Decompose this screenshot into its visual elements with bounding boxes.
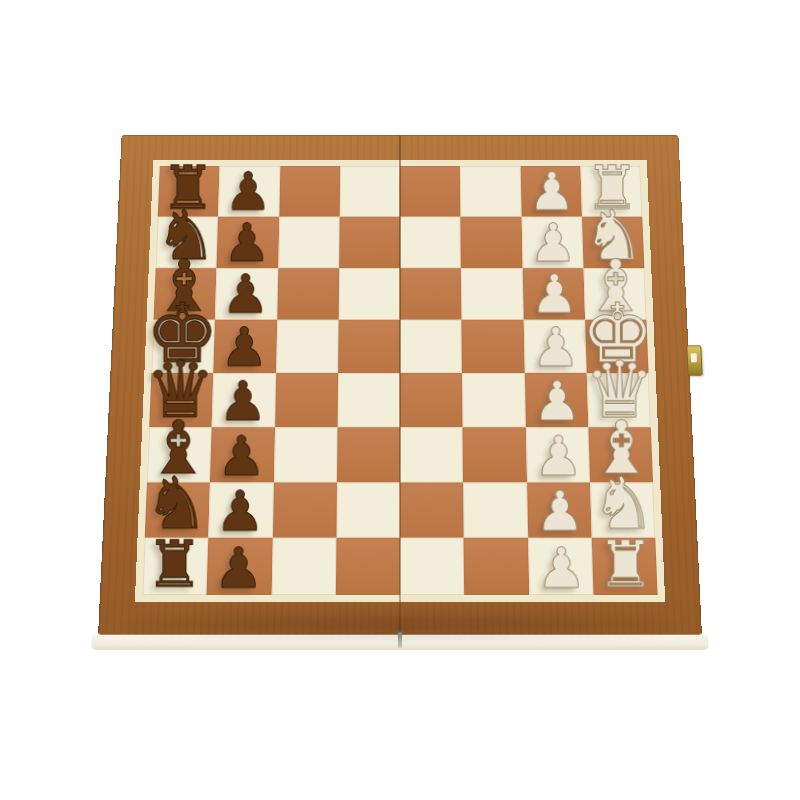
light-pawn-piece[interactable]: ♟ (535, 484, 585, 539)
square[interactable] (464, 538, 529, 595)
square[interactable] (463, 482, 527, 538)
square[interactable]: ♜ (591, 538, 657, 595)
square[interactable] (400, 373, 463, 427)
square[interactable] (460, 166, 521, 216)
square[interactable]: ♟ (525, 427, 589, 482)
square[interactable]: ♟ (524, 373, 588, 427)
dark-pawn-piece[interactable]: ♟ (220, 321, 268, 375)
dark-pawn-piece[interactable]: ♟ (216, 484, 266, 539)
dark-pawn-piece[interactable]: ♟ (225, 166, 272, 218)
square[interactable]: ♟ (212, 373, 276, 427)
square[interactable] (400, 482, 464, 538)
square[interactable] (279, 166, 340, 216)
square[interactable] (276, 320, 339, 373)
dark-pawn-piece[interactable]: ♟ (219, 374, 268, 428)
square[interactable]: ♟ (210, 427, 274, 482)
dark-pawn-piece[interactable]: ♟ (222, 268, 270, 321)
light-pawn-piece[interactable]: ♟ (531, 321, 579, 375)
square[interactable] (337, 427, 400, 482)
square[interactable] (273, 427, 337, 482)
dark-pawn-piece[interactable]: ♟ (217, 429, 266, 484)
clasp-glint (691, 353, 697, 362)
square[interactable]: ♟ (209, 482, 274, 538)
light-rook-piece[interactable]: ♜ (597, 533, 655, 597)
square[interactable] (271, 538, 336, 595)
square[interactable] (338, 268, 400, 320)
square[interactable] (462, 373, 525, 427)
board-tilt-wrapper: ♜♟♟♜♞♟♟♞♝♟♟♝♚♟♟♚♛♟♟♛♝♟♟♝♞♟♟♞♜♟♟♜ (97, 135, 702, 650)
light-pawn-piece[interactable]: ♟ (536, 541, 586, 597)
square[interactable] (277, 268, 339, 320)
square[interactable]: ♟ (528, 538, 594, 595)
square[interactable] (336, 482, 400, 538)
light-pawn-piece[interactable]: ♟ (529, 217, 577, 270)
square[interactable]: ♟ (214, 320, 277, 373)
square[interactable] (336, 538, 400, 595)
square[interactable] (338, 320, 400, 373)
square[interactable]: ♜ (142, 538, 208, 595)
square[interactable] (461, 216, 523, 267)
square[interactable]: ♟ (523, 320, 586, 373)
light-pawn-piece[interactable]: ♟ (534, 429, 583, 484)
square[interactable] (272, 482, 336, 538)
square[interactable] (337, 373, 400, 427)
square[interactable] (463, 427, 527, 482)
square[interactable] (339, 216, 400, 267)
square[interactable] (278, 216, 340, 267)
square[interactable]: ♟ (207, 538, 273, 595)
dark-rook-piece[interactable]: ♜ (146, 533, 204, 597)
square[interactable]: ♟ (521, 216, 583, 267)
dark-pawn-piece[interactable]: ♟ (223, 217, 271, 270)
square[interactable]: ♟ (215, 268, 278, 320)
board-shadow (128, 612, 676, 638)
light-pawn-piece[interactable]: ♟ (528, 166, 575, 218)
square[interactable] (400, 166, 461, 216)
square[interactable] (462, 320, 525, 373)
square[interactable] (461, 268, 523, 320)
square[interactable]: ♟ (522, 268, 585, 320)
product-photo-stage: ♜♟♟♜♞♟♟♞♝♟♟♝♚♟♟♚♛♟♟♛♝♟♟♝♞♟♟♞♜♟♟♜ (0, 0, 800, 800)
square[interactable] (400, 216, 461, 267)
square[interactable]: ♟ (218, 166, 280, 216)
square[interactable] (400, 268, 462, 320)
square[interactable]: ♟ (527, 482, 592, 538)
board-frame: ♜♟♟♜♞♟♟♞♝♟♟♝♚♟♟♚♛♟♟♛♝♟♟♝♞♟♟♞♜♟♟♜ (98, 135, 702, 634)
square[interactable] (275, 373, 338, 427)
light-pawn-piece[interactable]: ♟ (530, 268, 578, 321)
light-pawn-piece[interactable]: ♟ (532, 374, 581, 428)
square[interactable] (339, 166, 400, 216)
square[interactable]: ♟ (520, 166, 582, 216)
square[interactable] (400, 320, 462, 373)
square[interactable]: ♟ (217, 216, 279, 267)
brass-clasp (686, 345, 702, 375)
square[interactable] (400, 427, 463, 482)
dark-pawn-piece[interactable]: ♟ (214, 541, 264, 597)
square[interactable] (400, 538, 464, 595)
